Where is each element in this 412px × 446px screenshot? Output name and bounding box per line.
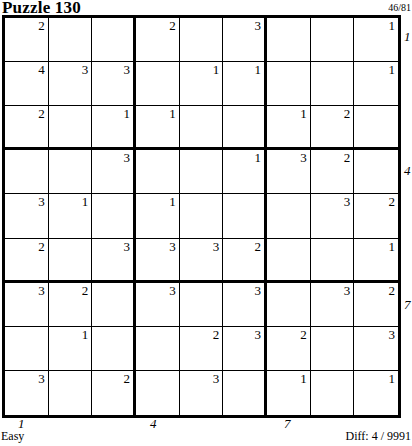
grid-cell-r4c5[interactable] [180,150,224,194]
grid-cell-r2c7[interactable] [267,62,311,106]
grid-cell-r5c4[interactable]: 1 [136,194,180,238]
cell-clue: 1 [213,62,220,77]
clue-count: 46/81 [388,2,411,13]
cell-clue: 2 [300,327,307,342]
cell-clue: 2 [38,239,45,254]
grid-cell-r7c2[interactable]: 2 [49,283,93,327]
grid-cell-r9c5[interactable]: 3 [180,371,224,415]
grid-cell-r8c3[interactable] [92,327,136,371]
cell-clue: 3 [213,239,220,254]
col-label-7: 7 [284,417,291,431]
difficulty-label: Easy [1,429,24,444]
grid-cell-r8c4[interactable] [136,327,180,371]
grid-cell-r8c6[interactable]: 3 [223,327,267,371]
grid-cell-r9c4[interactable] [136,371,180,415]
diff-stat: Diff: 4 / 9991 [346,429,411,444]
grid-cell-r3c4[interactable]: 1 [136,106,180,150]
grid-cell-r8c8[interactable] [311,327,355,371]
cell-clue: 3 [213,371,220,386]
grid-cell-r1c9[interactable]: 1 [354,18,398,62]
grid-cell-r3c9[interactable] [354,106,398,150]
grid-cell-r9c7[interactable]: 1 [267,371,311,415]
grid-cell-r7c4[interactable]: 3 [136,283,180,327]
grid-cell-r3c1[interactable]: 2 [5,106,49,150]
grid-cell-r8c1[interactable] [5,327,49,371]
puzzle-page: { "header": { "title": "Puzzle 130", "pr… [0,0,412,446]
cell-clue: 1 [82,327,89,342]
row-label-4: 4 [404,164,411,178]
cell-clue: 1 [124,106,131,121]
grid-cell-r4c8[interactable]: 2 [311,150,355,194]
grid-cell-r8c2[interactable]: 1 [49,327,93,371]
grid-cell-r9c6[interactable] [223,371,267,415]
cell-clue: 1 [82,194,89,209]
grid-cell-r2c6[interactable]: 1 [223,62,267,106]
grid-cell-r6c3[interactable]: 3 [92,239,136,283]
grid-cell-r8c5[interactable]: 2 [180,327,224,371]
grid-cell-r9c1[interactable]: 3 [5,371,49,415]
cell-clue: 3 [255,327,262,342]
grid-cell-r4c9[interactable] [354,150,398,194]
cell-clue: 3 [38,371,45,386]
grid-cell-r2c9[interactable]: 1 [354,62,398,106]
cell-clue: 2 [344,150,351,165]
grid-cell-r1c4[interactable]: 2 [136,18,180,62]
grid-cell-r4c6[interactable]: 1 [223,150,267,194]
cell-clue: 2 [169,18,176,33]
cell-clue: 1 [389,239,396,254]
grid-cell-r7c1[interactable]: 3 [5,283,49,327]
grid-cell-r2c1[interactable]: 4 [5,62,49,106]
grid-cell-r7c7[interactable] [267,283,311,327]
grid-cell-r6c7[interactable] [267,239,311,283]
grid-cell-r2c4[interactable] [136,62,180,106]
grid-cell-r5c1[interactable]: 3 [5,194,49,238]
grid-cell-r3c5[interactable] [180,106,224,150]
cell-clue: 1 [389,62,396,77]
col-label-4: 4 [150,417,157,431]
cell-clue: 2 [213,327,220,342]
cell-clue: 3 [124,62,131,77]
cell-clue: 2 [344,106,351,121]
grid-cell-r2c8[interactable] [311,62,355,106]
cell-clue: 3 [38,194,45,209]
grid-cell-r4c7[interactable]: 3 [267,150,311,194]
grid-cell-r9c9[interactable]: 1 [354,371,398,415]
grid-cell-r8c7[interactable]: 2 [267,327,311,371]
cell-clue: 3 [255,283,262,298]
cell-clue: 1 [255,62,262,77]
cell-clue: 1 [300,371,307,386]
grid-cell-r3c6[interactable] [223,106,267,150]
grid-cell-r1c2[interactable] [49,18,93,62]
cell-clue: 1 [389,371,396,386]
cell-clue: 3 [38,283,45,298]
grid-cell-r1c1[interactable]: 2 [5,18,49,62]
cell-clue: 3 [389,327,396,342]
row-label-7: 7 [404,298,411,312]
grid-cell-r5c2[interactable]: 1 [49,194,93,238]
cell-clue: 3 [124,239,131,254]
grid-cell-r7c5[interactable] [180,283,224,327]
grid-cell-r4c4[interactable] [136,150,180,194]
cell-clue: 1 [169,106,176,121]
cell-clue: 2 [124,371,131,386]
grid-cell-r6c8[interactable] [311,239,355,283]
grid-cell-r3c3[interactable]: 1 [92,106,136,150]
cell-clue: 3 [344,283,351,298]
grid-cell-r3c8[interactable]: 2 [311,106,355,150]
cell-clue: 1 [300,106,307,121]
cell-clue: 2 [389,194,396,209]
grid-cell-r2c2[interactable]: 3 [49,62,93,106]
cell-clue: 1 [255,150,262,165]
cell-clue: 2 [38,18,45,33]
cell-clue: 1 [169,194,176,209]
grid-cell-r7c3[interactable] [92,283,136,327]
grid-cell-r5c7[interactable] [267,194,311,238]
grid-cell-r2c3[interactable]: 3 [92,62,136,106]
grid-cell-r6c2[interactable] [49,239,93,283]
grid-cell-r6c4[interactable]: 3 [136,239,180,283]
grid-cell-r1c7[interactable] [267,18,311,62]
grid-cell-r6c5[interactable]: 3 [180,239,224,283]
grid-cell-r5c5[interactable] [180,194,224,238]
puzzle-grid: 2231433111211123132311322333213233321232… [2,15,401,418]
grid-cell-r6c1[interactable]: 2 [5,239,49,283]
grid-cell-r8c9[interactable]: 3 [354,327,398,371]
cell-clue: 1 [389,18,396,33]
cell-clue: 2 [389,283,396,298]
cell-clue: 3 [300,150,307,165]
grid-cell-r1c5[interactable] [180,18,224,62]
cell-clue: 2 [82,283,89,298]
cell-clue: 2 [255,239,262,254]
grid-cell-r5c9[interactable]: 2 [354,194,398,238]
cell-clue: 3 [169,283,176,298]
grid-cell-r9c2[interactable] [49,371,93,415]
grid-cell-r1c3[interactable] [92,18,136,62]
grid-cell-r5c8[interactable]: 3 [311,194,355,238]
grid-cell-r5c6[interactable] [223,194,267,238]
grid-cell-r1c8[interactable] [311,18,355,62]
grid-cell-r3c7[interactable]: 1 [267,106,311,150]
grid-cell-r6c9[interactable]: 1 [354,239,398,283]
cell-clue: 2 [38,106,45,121]
grid-cell-r9c3[interactable]: 2 [92,371,136,415]
cell-clue: 4 [38,62,45,77]
grid-cell-r9c8[interactable] [311,371,355,415]
grid-cell-r5c3[interactable] [92,194,136,238]
cell-clue: 3 [344,194,351,209]
cell-clue: 3 [169,239,176,254]
grid-cell-r7c8[interactable]: 3 [311,283,355,327]
cell-clue: 3 [255,18,262,33]
grid-cell-r4c2[interactable] [49,150,93,194]
cell-clue: 3 [82,62,89,77]
cell-clue: 3 [124,150,131,165]
grid-cell-r7c6[interactable]: 3 [223,283,267,327]
grid-cell-r6c6[interactable]: 2 [223,239,267,283]
grid-cell-r1c6[interactable]: 3 [223,18,267,62]
grid-cell-r7c9[interactable]: 2 [354,283,398,327]
grid-cell-r3c2[interactable] [49,106,93,150]
row-label-1: 1 [404,30,411,44]
grid-cell-r4c1[interactable] [5,150,49,194]
grid-cell-r2c5[interactable]: 1 [180,62,224,106]
grid-cell-r4c3[interactable]: 3 [92,150,136,194]
